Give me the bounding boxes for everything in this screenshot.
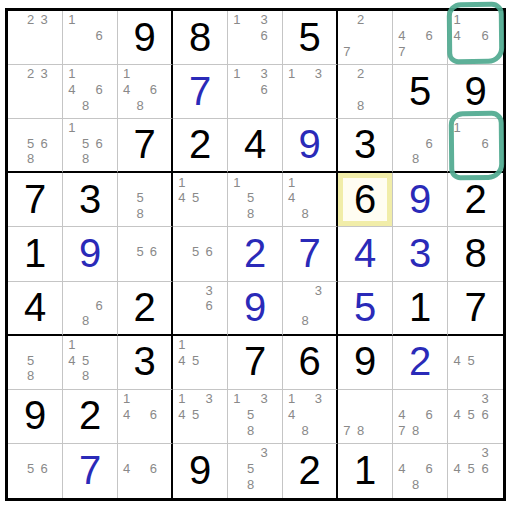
pencil-mark-pos6: 6 (37, 136, 51, 151)
pencil-mark-pos2 (409, 445, 423, 461)
pencil-mark-pos7 (10, 43, 24, 59)
cell-r6c2[interactable]: 68 (63, 282, 118, 336)
pencil-mark-pos8: 8 (244, 422, 258, 438)
pencil-mark-pos2 (244, 391, 258, 407)
given-digit: 3 (79, 179, 101, 219)
pencil-mark-pos6: 6 (478, 461, 492, 477)
cell-r4c9[interactable]: 2 (448, 173, 503, 227)
pencil-mark-pos5: 5 (189, 190, 203, 206)
cell-r5c8[interactable]: 3 (393, 227, 448, 281)
pencil-mark-pos6: 6 (202, 244, 216, 260)
pencil-mark-pos9 (312, 98, 325, 114)
pencil-mark-pos4 (120, 244, 133, 260)
cell-r5c4[interactable]: 56 (173, 227, 228, 281)
cell-r5c6[interactable]: 7 (283, 227, 338, 281)
pencil-marks: 78 (340, 391, 381, 438)
pencil-mark-pos8: 8 (133, 98, 146, 114)
cell-r7c6[interactable]: 6 (283, 336, 338, 390)
cell-r1c5[interactable]: 136 (228, 11, 283, 65)
pencil-mark-pos9 (37, 151, 51, 166)
pencil-mark-pos4: 4 (285, 406, 298, 422)
pencil-mark-pos6: 6 (422, 28, 436, 44)
pencil-mark-pos9 (202, 313, 216, 328)
pencil-mark-pos2 (79, 337, 93, 353)
pencil-mark-pos8 (79, 43, 93, 59)
pencil-mark-pos2 (298, 66, 311, 82)
cell-r6c7[interactable]: 5 (338, 282, 393, 336)
solved-digit: 7 (189, 71, 211, 111)
pencil-mark-pos2 (464, 120, 478, 135)
pencil-mark-pos8: 8 (298, 206, 311, 222)
cell-r2c2[interactable]: 1468 (63, 65, 118, 119)
cell-r8c5[interactable]: 1358 (228, 390, 283, 444)
cell-r4c1[interactable]: 7 (8, 173, 63, 227)
pencil-marks: 27 (340, 12, 381, 59)
given-digit: 9 (24, 395, 46, 435)
pencil-mark-pos5: 5 (24, 136, 38, 151)
cell-r7c1[interactable]: 58 (8, 336, 63, 390)
pencil-marks: 36 (175, 283, 216, 329)
cell-r6c5[interactable]: 9 (228, 282, 283, 336)
pencil-mark-pos3 (92, 337, 106, 353)
pencil-mark-pos6: 6 (257, 82, 271, 98)
cell-r8c8[interactable]: 4678 (393, 390, 448, 444)
pencil-mark-pos2: 2 (354, 12, 368, 28)
pencil-mark-pos7 (450, 422, 464, 438)
cell-r5c9[interactable]: 8 (448, 227, 503, 281)
pencil-mark-pos1 (10, 12, 24, 28)
cell-r3c2[interactable]: 1568 (63, 119, 118, 173)
pencil-mark-pos6 (312, 82, 325, 98)
pencil-mark-pos7 (230, 477, 244, 493)
cell-r1c2[interactable]: 16 (63, 11, 118, 65)
given-digit: 2 (189, 124, 211, 164)
pencil-mark-pos2 (189, 391, 203, 407)
pencil-mark-pos2 (464, 445, 478, 461)
cell-r4c6[interactable]: 148 (283, 173, 338, 227)
cell-r7c3[interactable]: 3 (118, 336, 173, 390)
pencil-mark-pos8 (298, 98, 311, 114)
pencil-mark-pos9 (478, 422, 492, 438)
pencil-mark-pos9 (367, 422, 381, 438)
pencil-mark-pos4 (395, 136, 409, 151)
cell-r1c7[interactable]: 27 (338, 11, 393, 65)
cell-r6c8[interactable]: 1 (393, 282, 448, 336)
pencil-mark-pos2: 2 (24, 66, 38, 82)
pencil-mark-pos1: 1 (65, 12, 79, 28)
pencil-mark-pos6 (202, 352, 216, 368)
pencil-mark-pos3: 3 (257, 391, 271, 407)
pencil-mark-pos4: 4 (395, 461, 409, 477)
cell-r1c9[interactable]: 146 (448, 11, 503, 65)
pencil-mark-pos8: 8 (298, 313, 311, 328)
pencil-mark-pos9 (37, 98, 51, 114)
given-digit: 8 (464, 233, 486, 273)
cell-r3c6[interactable]: 9 (283, 119, 338, 173)
given-digit: 2 (133, 287, 155, 327)
pencil-mark-pos4 (230, 28, 244, 44)
cell-r2c8[interactable]: 5 (393, 65, 448, 119)
pencil-mark-pos1 (395, 445, 409, 461)
pencil-marks: 145 (175, 174, 216, 221)
pencil-mark-pos1: 1 (450, 120, 464, 135)
given-digit: 2 (298, 450, 320, 490)
cell-r5c2[interactable]: 9 (63, 227, 118, 281)
pencil-mark-pos6: 6 (147, 82, 160, 98)
pencil-mark-pos9 (312, 422, 325, 438)
cell-r1c6[interactable]: 5 (283, 11, 338, 65)
pencil-marks: 16 (450, 120, 492, 166)
pencil-mark-pos4 (340, 406, 354, 422)
cell-r5c3[interactable]: 56 (118, 227, 173, 281)
cell-r3c5[interactable]: 4 (228, 119, 283, 173)
pencil-mark-pos3: 3 (478, 445, 492, 461)
pencil-marks: 1568 (65, 120, 106, 166)
pencil-mark-pos9 (478, 43, 492, 59)
pencil-mark-pos4 (10, 136, 24, 151)
cell-r7c2[interactable]: 1458 (63, 336, 118, 390)
pencil-mark-pos6 (37, 28, 51, 44)
pencil-mark-pos3 (147, 445, 160, 461)
cell-r7c8[interactable]: 2 (393, 336, 448, 390)
pencil-marks: 1458 (65, 337, 106, 384)
pencil-mark-pos7 (10, 368, 24, 384)
cell-r7c9[interactable]: 45 (448, 336, 503, 390)
pencil-mark-pos1: 1 (120, 391, 133, 407)
given-digit: 7 (24, 179, 46, 219)
pencil-mark-pos5: 5 (79, 352, 93, 368)
pencil-mark-pos3: 3 (312, 283, 325, 298)
cell-r2c6[interactable]: 13 (283, 65, 338, 119)
cell-r9c3[interactable]: 46 (118, 444, 173, 498)
pencil-mark-pos2 (298, 174, 311, 190)
solved-digit: 9 (79, 233, 101, 273)
pencil-mark-pos9 (422, 477, 436, 493)
given-digit: 9 (354, 341, 376, 381)
pencil-mark-pos7 (230, 43, 244, 59)
pencil-mark-pos1: 1 (175, 337, 189, 353)
pencil-mark-pos3 (147, 228, 160, 244)
pencil-mark-pos3 (422, 445, 436, 461)
cell-r1c4[interactable]: 8 (173, 11, 228, 65)
cell-r3c9[interactable]: 16 (448, 119, 503, 173)
cell-r5c1[interactable]: 1 (8, 227, 63, 281)
pencil-mark-pos9 (422, 422, 436, 438)
pencil-mark-pos7 (10, 98, 24, 114)
pencil-mark-pos6 (147, 190, 160, 206)
pencil-mark-pos9 (422, 43, 436, 59)
pencil-marks: 158 (230, 174, 271, 221)
pencil-mark-pos1: 1 (230, 391, 244, 407)
cell-r7c4[interactable]: 145 (173, 336, 228, 390)
pencil-mark-pos8: 8 (24, 368, 38, 384)
pencil-mark-pos5 (79, 298, 93, 313)
pencil-mark-pos9 (202, 260, 216, 276)
pencil-mark-pos9 (92, 43, 106, 59)
pencil-mark-pos4: 4 (175, 352, 189, 368)
pencil-mark-pos7 (285, 313, 298, 328)
pencil-mark-pos1 (285, 283, 298, 298)
cell-r9c6[interactable]: 2 (283, 444, 338, 498)
pencil-mark-pos9 (92, 151, 106, 166)
pencil-mark-pos3 (147, 174, 160, 190)
pencil-mark-pos9 (257, 477, 271, 493)
cell-r8c7[interactable]: 78 (338, 390, 393, 444)
given-digit: 9 (133, 17, 155, 57)
pencil-marks: 38 (285, 283, 325, 329)
cell-r6c9[interactable]: 7 (448, 282, 503, 336)
pencil-mark-pos7: 7 (340, 422, 354, 438)
pencil-mark-pos2: 2 (24, 12, 38, 28)
pencil-mark-pos7 (175, 206, 189, 222)
pencil-marks: 3456 (450, 391, 492, 438)
pencil-mark-pos9 (257, 98, 271, 114)
pencil-mark-pos4: 4 (450, 406, 464, 422)
pencil-mark-pos7 (120, 98, 133, 114)
pencil-mark-pos3 (367, 12, 381, 28)
pencil-mark-pos8: 8 (79, 313, 93, 328)
pencil-mark-pos6 (312, 298, 325, 313)
cell-r8c1[interactable]: 9 (8, 390, 63, 444)
pencil-mark-pos7 (10, 477, 24, 493)
pencil-mark-pos1 (120, 445, 133, 461)
cell-r1c8[interactable]: 467 (393, 11, 448, 65)
pencil-mark-pos8 (133, 422, 146, 438)
pencil-mark-pos9 (478, 151, 492, 166)
pencil-mark-pos5: 5 (244, 190, 258, 206)
cell-r2c7[interactable]: 28 (338, 65, 393, 119)
cell-r3c1[interactable]: 568 (8, 119, 63, 173)
pencil-mark-pos2 (79, 12, 93, 28)
pencil-mark-pos3 (312, 174, 325, 190)
pencil-mark-pos7 (65, 151, 79, 166)
cell-r3c3[interactable]: 7 (118, 119, 173, 173)
pencil-mark-pos3 (92, 12, 106, 28)
cell-r8c2[interactable]: 2 (63, 390, 118, 444)
pencil-mark-pos7 (175, 422, 189, 438)
pencil-mark-pos1: 1 (175, 174, 189, 190)
pencil-mark-pos7 (285, 206, 298, 222)
pencil-mark-pos9 (367, 43, 381, 59)
cell-r6c4[interactable]: 36 (173, 282, 228, 336)
pencil-mark-pos8 (24, 43, 38, 59)
cell-r6c1[interactable]: 4 (8, 282, 63, 336)
pencil-mark-pos7 (175, 313, 189, 328)
pencil-mark-pos5 (244, 82, 258, 98)
pencil-mark-pos9 (257, 422, 271, 438)
pencil-mark-pos8 (133, 477, 146, 493)
pencil-marks: 3456 (450, 445, 492, 493)
pencil-marks: 146 (450, 12, 492, 59)
pencil-marks: 4678 (395, 391, 436, 438)
pencil-mark-pos8 (189, 368, 203, 384)
cell-r6c6[interactable]: 38 (283, 282, 338, 336)
pencil-mark-pos5: 5 (133, 190, 146, 206)
pencil-marks: 45 (450, 337, 492, 384)
pencil-marks: 68 (395, 120, 436, 166)
pencil-mark-pos8 (189, 206, 203, 222)
cell-r9c8[interactable]: 468 (393, 444, 448, 498)
cell-r1c3[interactable]: 9 (118, 11, 173, 65)
cell-r9c7[interactable]: 1 (338, 444, 393, 498)
pencil-mark-pos4 (230, 461, 244, 477)
pencil-marks: 56 (10, 445, 51, 493)
pencil-mark-pos8 (244, 98, 258, 114)
cell-r7c7[interactable]: 9 (338, 336, 393, 390)
cell-r9c1[interactable]: 56 (8, 444, 63, 498)
pencil-mark-pos7: 7 (395, 422, 409, 438)
cell-r8c4[interactable]: 1345 (173, 390, 228, 444)
pencil-marks: 145 (175, 337, 216, 384)
pencil-mark-pos5: 5 (464, 352, 478, 368)
pencil-mark-pos2 (244, 174, 258, 190)
cell-r3c8[interactable]: 68 (393, 119, 448, 173)
pencil-mark-pos6 (202, 406, 216, 422)
cell-r8c3[interactable]: 146 (118, 390, 173, 444)
cell-r2c4[interactable]: 7 (173, 65, 228, 119)
pencil-mark-pos7 (230, 98, 244, 114)
pencil-mark-pos5 (298, 406, 311, 422)
pencil-mark-pos7 (120, 260, 133, 276)
pencil-mark-pos1 (340, 12, 354, 28)
pencil-mark-pos8: 8 (409, 477, 423, 493)
pencil-mark-pos7 (120, 422, 133, 438)
pencil-mark-pos3 (37, 445, 51, 461)
pencil-mark-pos8 (189, 422, 203, 438)
pencil-mark-pos5 (409, 406, 423, 422)
cell-r4c2[interactable]: 3 (63, 173, 118, 227)
pencil-marks: 28 (340, 66, 381, 113)
cell-r6c3[interactable]: 2 (118, 282, 173, 336)
pencil-mark-pos2 (24, 120, 38, 135)
pencil-mark-pos9 (367, 98, 381, 114)
pencil-mark-pos5: 5 (464, 461, 478, 477)
pencil-mark-pos4 (10, 82, 24, 98)
pencil-mark-pos3: 3 (257, 12, 271, 28)
pencil-mark-pos9 (312, 206, 325, 222)
pencil-mark-pos3 (257, 174, 271, 190)
cell-r8c9[interactable]: 3456 (448, 390, 503, 444)
pencil-mark-pos2 (133, 174, 146, 190)
pencil-marks: 46 (120, 445, 160, 493)
pencil-mark-pos5 (244, 28, 258, 44)
pencil-mark-pos7 (65, 43, 79, 59)
pencil-mark-pos1: 1 (230, 174, 244, 190)
pencil-mark-pos5: 5 (24, 352, 38, 368)
pencil-mark-pos8: 8 (354, 422, 368, 438)
pencil-marks: 1468 (120, 66, 160, 113)
pencil-mark-pos7 (395, 151, 409, 166)
pencil-mark-pos9 (37, 477, 51, 493)
pencil-mark-pos8 (409, 43, 423, 59)
pencil-mark-pos3: 3 (202, 391, 216, 407)
pencil-mark-pos6: 6 (478, 136, 492, 151)
pencil-mark-pos2 (189, 228, 203, 244)
pencil-mark-pos6: 6 (37, 461, 51, 477)
cell-r2c9[interactable]: 9 (448, 65, 503, 119)
pencil-mark-pos8 (464, 422, 478, 438)
cell-r4c7[interactable]: 6 (338, 173, 393, 227)
pencil-mark-pos1: 1 (65, 120, 79, 135)
pencil-mark-pos1 (230, 445, 244, 461)
cell-r5c5[interactable]: 2 (228, 227, 283, 281)
solved-digit: 7 (298, 233, 320, 273)
pencil-mark-pos1 (395, 12, 409, 28)
cell-r9c2[interactable]: 7 (63, 444, 118, 498)
pencil-mark-pos1 (450, 391, 464, 407)
pencil-mark-pos9 (257, 206, 271, 222)
cell-r3c4[interactable]: 2 (173, 119, 228, 173)
pencil-mark-pos4: 4 (65, 82, 79, 98)
pencil-mark-pos4: 4 (65, 352, 79, 368)
cell-r3c7[interactable]: 3 (338, 119, 393, 173)
cell-r4c5[interactable]: 158 (228, 173, 283, 227)
pencil-mark-pos2 (133, 391, 146, 407)
cell-r4c3[interactable]: 58 (118, 173, 173, 227)
cell-r4c8[interactable]: 9 (393, 173, 448, 227)
pencil-marks: 1358 (230, 391, 271, 438)
pencil-mark-pos4 (65, 28, 79, 44)
pencil-mark-pos3 (37, 337, 51, 353)
pencil-mark-pos4: 4 (395, 28, 409, 44)
pencil-mark-pos9 (202, 368, 216, 384)
given-digit: 3 (354, 124, 376, 164)
pencil-mark-pos2 (464, 337, 478, 353)
cell-r9c5[interactable]: 358 (228, 444, 283, 498)
pencil-mark-pos3: 3 (257, 66, 271, 82)
cell-r9c9[interactable]: 3456 (448, 444, 503, 498)
pencil-mark-pos9 (147, 98, 160, 114)
given-digit: 7 (133, 124, 155, 164)
pencil-mark-pos4: 4 (120, 461, 133, 477)
pencil-mark-pos5 (354, 406, 368, 422)
cell-r5c7[interactable]: 4 (338, 227, 393, 281)
pencil-mark-pos8 (464, 43, 478, 59)
cell-r2c3[interactable]: 1468 (118, 65, 173, 119)
pencil-mark-pos4 (340, 82, 354, 98)
pencil-mark-pos6 (312, 190, 325, 206)
pencil-mark-pos7 (120, 206, 133, 222)
pencil-mark-pos7 (65, 98, 79, 114)
cell-r1c1[interactable]: 23 (8, 11, 63, 65)
pencil-mark-pos2 (133, 66, 146, 82)
cell-r2c1[interactable]: 23 (8, 65, 63, 119)
cell-r2c5[interactable]: 136 (228, 65, 283, 119)
cell-r4c4[interactable]: 145 (173, 173, 228, 227)
pencil-mark-pos5 (133, 406, 146, 422)
cell-r8c6[interactable]: 1348 (283, 390, 338, 444)
pencil-mark-pos8 (189, 313, 203, 328)
pencil-mark-pos1: 1 (285, 66, 298, 82)
cell-r7c5[interactable]: 7 (228, 336, 283, 390)
pencil-mark-pos4: 4 (285, 190, 298, 206)
pencil-mark-pos9 (257, 43, 271, 59)
pencil-mark-pos5 (409, 461, 423, 477)
pencil-mark-pos8: 8 (298, 422, 311, 438)
pencil-mark-pos3: 3 (312, 66, 325, 82)
pencil-mark-pos1 (10, 337, 24, 353)
pencil-mark-pos8 (464, 477, 478, 493)
pencil-marks: 56 (120, 228, 160, 275)
pencil-mark-pos7 (285, 98, 298, 114)
given-digit: 7 (244, 341, 266, 381)
pencil-mark-pos1 (450, 445, 464, 461)
pencil-mark-pos6: 6 (202, 298, 216, 313)
pencil-mark-pos6: 6 (422, 406, 436, 422)
cell-r9c4[interactable]: 9 (173, 444, 228, 498)
pencil-mark-pos4 (65, 136, 79, 151)
pencil-mark-pos4: 4 (175, 190, 189, 206)
